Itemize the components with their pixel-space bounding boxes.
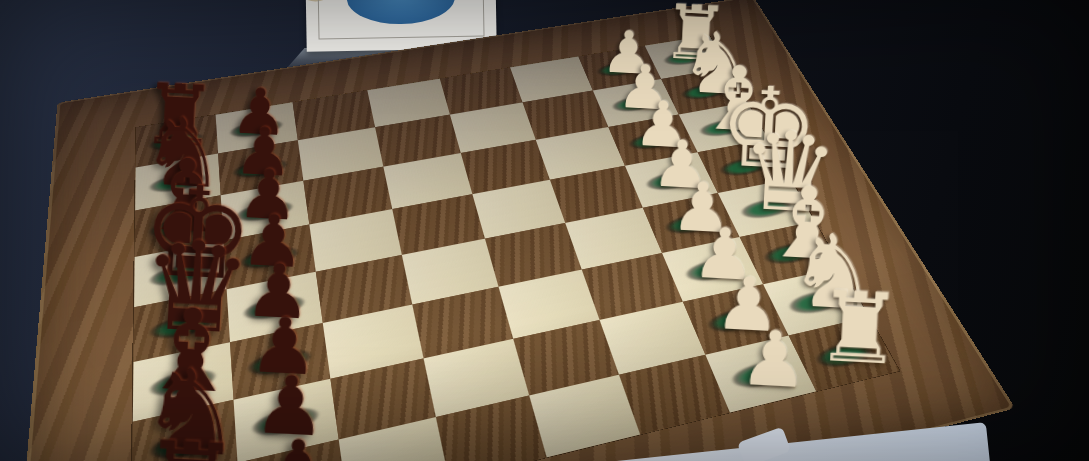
square-c3 [582,253,683,320]
piece-white-pawn: ♟ [727,319,821,400]
board-frame: ♜♟♟♜♞♟♟♞♝♟♟♝♚♟♟♚♛♟♟♛♝♟♟♝♞♟♟♞♜♟♟♜ [9,0,1016,461]
square-a5 [436,395,547,461]
board-squares: ♜♟♟♜♞♟♟♞♝♟♟♝♚♟♟♚♛♟♟♛♝♟♟♝♞♟♟♞♜♟♟♜ [131,36,899,461]
square-a7: ♟ [238,439,348,461]
square-d5 [402,239,499,305]
chess-board: ♜♟♟♜♞♟♟♞♝♟♟♝♚♟♟♚♛♟♟♛♝♟♟♝♞♟♟♞♜♟♟♜ [9,0,1016,461]
piece-black-pawn: ♟ [245,427,349,461]
piece-white-rook: ♜ [813,278,906,380]
chess-photo-scene: ♜♟♟♜♞♟♟♞♝♟♟♝♚♟♟♚♛♟♟♛♝♟♟♝♞♟♟♞♜♟♟♜ [0,0,1089,461]
square-c4 [499,270,600,339]
square-e5 [392,194,485,255]
piece-black-rook: ♜ [136,426,243,461]
square-a2: ♟ [705,336,816,413]
board-perspective-wrapper: ♜♟♟♜♞♟♟♞♝♟♟♝♚♟♟♚♛♟♟♛♝♟♟♝♞♟♟♞♜♟♟♜ [85,0,885,461]
